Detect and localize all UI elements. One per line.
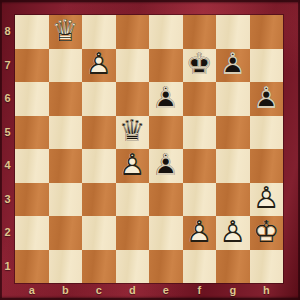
piece-black-pawn-e6[interactable]: ♟♙ — [149, 82, 183, 116]
rank-label-5: 5 — [0, 116, 15, 150]
file-label-a: a — [15, 283, 49, 300]
piece-white-pawn-f2[interactable]: ♟♙ — [183, 216, 217, 250]
square-c2[interactable] — [82, 216, 116, 250]
square-h7[interactable] — [250, 49, 284, 83]
piece-white-king-h2[interactable]: ♚♔ — [250, 216, 284, 250]
square-e1[interactable] — [149, 250, 183, 284]
white-pawn-glyph: ♟ — [116, 148, 150, 182]
square-e7[interactable] — [149, 49, 183, 83]
file-label-h: h — [250, 283, 284, 300]
square-d3[interactable] — [116, 183, 150, 217]
square-f4[interactable] — [183, 149, 217, 183]
file-label-g: g — [216, 283, 250, 300]
square-f8[interactable] — [183, 15, 217, 49]
white-pawn-outline: ♙ — [183, 215, 217, 249]
square-c8[interactable] — [82, 15, 116, 49]
black-queen-outline: ♕ — [116, 115, 150, 149]
square-c4[interactable] — [82, 149, 116, 183]
square-a7[interactable] — [15, 49, 49, 83]
file-label-f: f — [183, 283, 217, 300]
black-pawn-glyph: ♟ — [149, 81, 183, 115]
square-b6[interactable] — [49, 82, 83, 116]
rank-label-7: 7 — [0, 49, 15, 83]
square-b5[interactable] — [49, 116, 83, 150]
piece-white-pawn-d4[interactable]: ♟♙ — [116, 149, 150, 183]
file-label-b: b — [49, 283, 83, 300]
square-b3[interactable] — [49, 183, 83, 217]
square-a4[interactable] — [15, 149, 49, 183]
black-pawn-outline: ♙ — [149, 148, 183, 182]
square-d1[interactable] — [116, 250, 150, 284]
square-f2[interactable]: ♟♙ — [183, 216, 217, 250]
square-f6[interactable] — [183, 82, 217, 116]
square-a1[interactable] — [15, 250, 49, 284]
square-d7[interactable] — [116, 49, 150, 83]
square-f1[interactable] — [183, 250, 217, 284]
black-king-glyph: ♚ — [183, 48, 217, 82]
square-e5[interactable] — [149, 116, 183, 150]
piece-black-queen-d5[interactable]: ♛♕ — [116, 116, 150, 150]
white-pawn-outline: ♙ — [82, 48, 116, 82]
square-h3[interactable]: ♟♙ — [250, 183, 284, 217]
black-queen-glyph: ♛ — [116, 115, 150, 149]
chess-diagram: ♛♕♟♙♚♔♟♙♟♙♟♙♛♕♟♙♟♙♟♙♟♙♟♙♚♔ 87654321abcde… — [0, 0, 300, 300]
square-b1[interactable] — [49, 250, 83, 284]
square-f7[interactable]: ♚♔ — [183, 49, 217, 83]
white-pawn-outline: ♙ — [216, 215, 250, 249]
square-a3[interactable] — [15, 183, 49, 217]
white-pawn-outline: ♙ — [250, 182, 284, 216]
black-pawn-outline: ♙ — [149, 81, 183, 115]
square-g7[interactable]: ♟♙ — [216, 49, 250, 83]
square-b7[interactable] — [49, 49, 83, 83]
square-g1[interactable] — [216, 250, 250, 284]
square-g2[interactable]: ♟♙ — [216, 216, 250, 250]
square-g5[interactable] — [216, 116, 250, 150]
black-pawn-glyph: ♟ — [216, 48, 250, 82]
file-label-d: d — [116, 283, 150, 300]
piece-black-pawn-e4[interactable]: ♟♙ — [149, 149, 183, 183]
square-d5[interactable]: ♛♕ — [116, 116, 150, 150]
square-h4[interactable] — [250, 149, 284, 183]
square-h6[interactable]: ♟♙ — [250, 82, 284, 116]
rank-label-3: 3 — [0, 183, 15, 217]
square-f5[interactable] — [183, 116, 217, 150]
white-queen-glyph: ♛ — [49, 14, 83, 48]
rank-label-6: 6 — [0, 82, 15, 116]
rank-label-2: 2 — [0, 216, 15, 250]
piece-white-pawn-g2[interactable]: ♟♙ — [216, 216, 250, 250]
white-pawn-glyph: ♟ — [82, 48, 116, 82]
square-g3[interactable] — [216, 183, 250, 217]
piece-black-pawn-g7[interactable]: ♟♙ — [216, 49, 250, 83]
square-c3[interactable] — [82, 183, 116, 217]
white-king-glyph: ♚ — [250, 215, 284, 249]
square-a5[interactable] — [15, 116, 49, 150]
square-d4[interactable]: ♟♙ — [116, 149, 150, 183]
square-d6[interactable] — [116, 82, 150, 116]
square-g8[interactable] — [216, 15, 250, 49]
piece-white-pawn-c7[interactable]: ♟♙ — [82, 49, 116, 83]
white-king-outline: ♔ — [250, 215, 284, 249]
square-c7[interactable]: ♟♙ — [82, 49, 116, 83]
square-g6[interactable] — [216, 82, 250, 116]
square-d8[interactable] — [116, 15, 150, 49]
piece-black-king-f7[interactable]: ♚♔ — [183, 49, 217, 83]
chess-board[interactable]: ♛♕♟♙♚♔♟♙♟♙♟♙♛♕♟♙♟♙♟♙♟♙♟♙♚♔ — [15, 15, 283, 283]
square-e2[interactable] — [149, 216, 183, 250]
black-pawn-outline: ♙ — [250, 81, 284, 115]
file-label-e: e — [149, 283, 183, 300]
rank-label-1: 1 — [0, 250, 15, 284]
square-h1[interactable] — [250, 250, 284, 284]
square-h5[interactable] — [250, 116, 284, 150]
piece-black-pawn-h6[interactable]: ♟♙ — [250, 82, 284, 116]
rank-label-8: 8 — [0, 15, 15, 49]
black-pawn-glyph: ♟ — [250, 81, 284, 115]
square-c1[interactable] — [82, 250, 116, 284]
square-e4[interactable]: ♟♙ — [149, 149, 183, 183]
square-f3[interactable] — [183, 183, 217, 217]
square-c6[interactable] — [82, 82, 116, 116]
square-a2[interactable] — [15, 216, 49, 250]
piece-white-queen-b8[interactable]: ♛♕ — [49, 15, 83, 49]
square-a8[interactable] — [15, 15, 49, 49]
white-queen-outline: ♕ — [49, 14, 83, 48]
square-g4[interactable] — [216, 149, 250, 183]
white-pawn-glyph: ♟ — [183, 215, 217, 249]
square-d2[interactable] — [116, 216, 150, 250]
black-pawn-glyph: ♟ — [149, 148, 183, 182]
square-a6[interactable] — [15, 82, 49, 116]
white-pawn-glyph: ♟ — [216, 215, 250, 249]
square-h2[interactable]: ♚♔ — [250, 216, 284, 250]
rank-label-4: 4 — [0, 149, 15, 183]
black-pawn-outline: ♙ — [216, 48, 250, 82]
square-b8[interactable]: ♛♕ — [49, 15, 83, 49]
square-c5[interactable] — [82, 116, 116, 150]
square-b2[interactable] — [49, 216, 83, 250]
white-pawn-outline: ♙ — [116, 148, 150, 182]
square-e6[interactable]: ♟♙ — [149, 82, 183, 116]
square-h8[interactable] — [250, 15, 284, 49]
piece-white-pawn-h3[interactable]: ♟♙ — [250, 183, 284, 217]
black-king-outline: ♔ — [183, 48, 217, 82]
file-label-c: c — [82, 283, 116, 300]
square-e8[interactable] — [149, 15, 183, 49]
square-e3[interactable] — [149, 183, 183, 217]
white-pawn-glyph: ♟ — [250, 182, 284, 216]
square-b4[interactable] — [49, 149, 83, 183]
